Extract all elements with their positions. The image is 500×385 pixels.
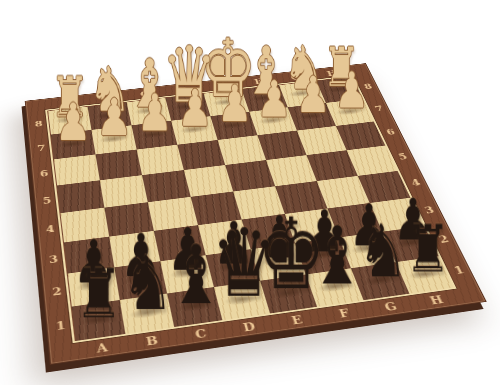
- white-pawn-glyph: ♟: [177, 83, 213, 134]
- white-pawn-glyph: ♟: [334, 66, 369, 116]
- black-rook-glyph: ♜: [74, 259, 122, 328]
- white-pawn-glyph: ♟: [55, 97, 91, 149]
- scene: ABCDEFGH8877665544332211ABCDEFGH ♜♞♝♛♚♝♞…: [0, 0, 500, 385]
- black-rook-glyph: ♜: [404, 215, 450, 281]
- white-pawn-glyph: ♟: [136, 88, 172, 139]
- chessboard: ABCDEFGH8877665544332211ABCDEFGH ♜♞♝♛♚♝♞…: [25, 63, 487, 365]
- black-bishop-glyph: ♝: [167, 234, 224, 315]
- white-pawn-glyph: ♟: [295, 70, 330, 120]
- white-pawn-glyph: ♟: [217, 79, 252, 130]
- black-knight-glyph: ♞: [121, 246, 173, 321]
- white-pawn-glyph: ♟: [96, 92, 132, 143]
- white-pawn-glyph: ♟: [256, 74, 291, 124]
- pieces-layer: ♜♞♝♛♚♝♞♜♟♟♟♟♟♟♟♟♟♟♟♟♟♟♟♟♜♞♝♛♚♝♞♜: [25, 63, 487, 365]
